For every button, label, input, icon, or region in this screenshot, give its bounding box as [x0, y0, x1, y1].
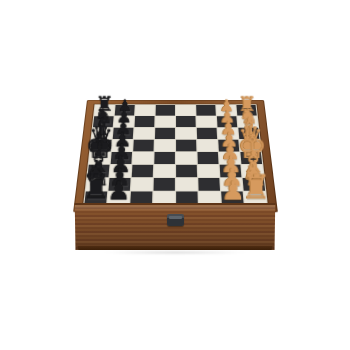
board-square[interactable] — [154, 140, 174, 152]
board-square[interactable] — [155, 105, 174, 116]
board-square[interactable] — [131, 165, 152, 178]
board-square[interactable] — [176, 192, 198, 205]
board-square[interactable] — [196, 116, 216, 127]
board-square[interactable] — [153, 165, 174, 178]
board-square[interactable]: ♟ — [221, 192, 244, 205]
board-square[interactable]: ♟ — [107, 192, 130, 205]
board-square[interactable] — [135, 105, 155, 116]
board-square[interactable] — [197, 152, 218, 164]
board-square[interactable] — [155, 116, 175, 127]
board-square[interactable] — [153, 192, 175, 205]
board-square[interactable] — [132, 152, 153, 164]
board-square[interactable] — [197, 165, 218, 178]
drop-shadow — [77, 250, 273, 255]
chess-piece-white-rook[interactable]: ♜ — [240, 171, 270, 204]
board-square[interactable] — [154, 152, 175, 164]
board-square[interactable] — [176, 178, 197, 191]
board-square[interactable]: ♜ — [243, 192, 266, 205]
board-square[interactable] — [133, 128, 153, 139]
board-square[interactable] — [197, 140, 218, 152]
board-square[interactable] — [134, 116, 154, 127]
board-frame: ♜♟♟♜♞♟♟♞♝♟♟♝♛♟♟♛♚♟♟♚♝♟♟♝♞♟♟♞♜♟♟♜ — [73, 100, 278, 212]
board-square[interactable] — [154, 128, 174, 139]
board-square[interactable] — [133, 140, 154, 152]
board-square[interactable] — [130, 192, 152, 205]
board-square[interactable] — [198, 178, 220, 191]
board-square[interactable] — [153, 178, 174, 191]
chess-piece-black-pawn[interactable]: ♟ — [106, 178, 130, 204]
board-square[interactable] — [198, 192, 220, 205]
board-square[interactable] — [176, 165, 197, 178]
board-square[interactable] — [196, 105, 216, 116]
board-square[interactable] — [176, 152, 197, 164]
board-square[interactable] — [176, 140, 196, 152]
board-square[interactable] — [196, 128, 216, 139]
latch-bar-icon — [169, 216, 182, 219]
board-square[interactable] — [176, 116, 196, 127]
box-front — [74, 203, 277, 250]
scene: ♜♟♟♜♞♟♟♞♝♟♟♝♛♟♟♛♚♟♟♚♝♟♟♝♞♟♟♞♜♟♟♜ — [0, 0, 350, 350]
board-square[interactable] — [130, 178, 152, 191]
chess-board: ♜♟♟♜♞♟♟♞♝♟♟♝♛♟♟♛♚♟♟♚♝♟♟♝♞♟♟♞♜♟♟♜ — [83, 104, 268, 205]
chess-piece-black-rook[interactable]: ♜ — [80, 171, 110, 204]
box-latch — [167, 214, 184, 226]
board-square[interactable]: ♜ — [84, 192, 107, 205]
chess-set-photo: ♜♟♟♜♞♟♟♞♝♟♟♝♛♟♟♛♚♟♟♚♝♟♟♝♞♟♟♞♜♟♟♜ — [0, 0, 350, 350]
board-square[interactable] — [176, 105, 195, 116]
board-square[interactable] — [176, 128, 196, 139]
